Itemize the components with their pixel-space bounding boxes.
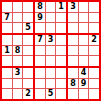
cell-r7c7-empty[interactable] xyxy=(68,68,78,78)
cell-r6c9-empty[interactable] xyxy=(89,56,99,66)
cell-r7c8-given[interactable]: 4 xyxy=(79,68,88,78)
cell-r6c8-empty[interactable] xyxy=(79,56,88,66)
cell-r3c3-given[interactable]: 5 xyxy=(23,23,33,33)
cell-r1c8-empty[interactable] xyxy=(79,2,88,12)
cell-r4c7-empty[interactable] xyxy=(68,35,78,45)
cell-r2c1-given[interactable]: 7 xyxy=(2,13,12,22)
sudoku-grid: 81379573218348925 xyxy=(2,2,99,99)
cell-r6c1-empty[interactable] xyxy=(2,56,12,66)
cell-r5c7-empty[interactable] xyxy=(68,46,78,55)
cell-r3c8-empty[interactable] xyxy=(79,23,88,33)
cell-r6c6-empty[interactable] xyxy=(56,56,66,66)
cell-r8c1-empty[interactable] xyxy=(2,79,12,88)
sudoku-board: 81379573218348925 xyxy=(0,0,101,101)
cell-r5c8-empty[interactable] xyxy=(79,46,88,55)
cell-r8c8-given[interactable]: 9 xyxy=(79,79,88,88)
cell-r4c6-empty[interactable] xyxy=(56,35,66,45)
cell-r1c2-empty[interactable] xyxy=(13,2,22,12)
cell-r9c3-given[interactable]: 2 xyxy=(23,89,33,99)
cell-r3c2-empty[interactable] xyxy=(13,23,22,33)
cell-r6c7-empty[interactable] xyxy=(68,56,78,66)
cell-r6c4-empty[interactable] xyxy=(35,56,45,66)
cell-r7c9-empty[interactable] xyxy=(89,68,99,78)
cell-r1c1-empty[interactable] xyxy=(2,2,12,12)
cell-r7c1-empty[interactable] xyxy=(2,68,12,78)
cell-r1c7-given[interactable]: 3 xyxy=(68,2,78,12)
cell-r9c9-empty[interactable] xyxy=(89,89,99,99)
cell-r9c4-empty[interactable] xyxy=(35,89,45,99)
cell-r7c5-empty[interactable] xyxy=(46,68,55,78)
cell-r1c3-empty[interactable] xyxy=(23,2,33,12)
cell-r6c5-empty[interactable] xyxy=(46,56,55,66)
cell-r5c5-empty[interactable] xyxy=(46,46,55,55)
cell-r7c4-empty[interactable] xyxy=(35,68,45,78)
cell-r4c5-given[interactable]: 3 xyxy=(46,35,55,45)
cell-r3c9-empty[interactable] xyxy=(89,23,99,33)
cell-r4c3-empty[interactable] xyxy=(23,35,33,45)
cell-r9c6-empty[interactable] xyxy=(56,89,66,99)
cell-r6c2-empty[interactable] xyxy=(13,56,22,66)
cell-r3c7-empty[interactable] xyxy=(68,23,78,33)
cell-r9c7-empty[interactable] xyxy=(68,89,78,99)
cell-r5c4-empty[interactable] xyxy=(35,46,45,55)
cell-r4c9-given[interactable]: 2 xyxy=(89,35,99,45)
cell-r5c9-empty[interactable] xyxy=(89,46,99,55)
cell-r2c7-empty[interactable] xyxy=(68,13,78,22)
cell-r7c2-given[interactable]: 3 xyxy=(13,68,22,78)
cell-r4c4-given[interactable]: 7 xyxy=(35,35,45,45)
cell-r2c6-empty[interactable] xyxy=(56,13,66,22)
cell-r9c5-given[interactable]: 5 xyxy=(46,89,55,99)
cell-r3c5-empty[interactable] xyxy=(46,23,55,33)
cell-r2c8-empty[interactable] xyxy=(79,13,88,22)
cell-r4c2-empty[interactable] xyxy=(13,35,22,45)
cell-r5c6-empty[interactable] xyxy=(56,46,66,55)
cell-r4c1-empty[interactable] xyxy=(2,35,12,45)
cell-r9c2-empty[interactable] xyxy=(13,89,22,99)
cell-r7c3-empty[interactable] xyxy=(23,68,33,78)
cell-r2c4-given[interactable]: 9 xyxy=(35,13,45,22)
cell-r1c6-given[interactable]: 1 xyxy=(56,2,66,12)
cell-r8c6-empty[interactable] xyxy=(56,79,66,88)
cell-r8c4-empty[interactable] xyxy=(35,79,45,88)
cell-r8c7-given[interactable]: 8 xyxy=(68,79,78,88)
cell-r1c9-empty[interactable] xyxy=(89,2,99,12)
cell-r3c4-empty[interactable] xyxy=(35,23,45,33)
cell-r8c3-empty[interactable] xyxy=(23,79,33,88)
cell-r5c1-given[interactable]: 1 xyxy=(2,46,12,55)
cell-r9c1-empty[interactable] xyxy=(2,89,12,99)
cell-r5c2-given[interactable]: 8 xyxy=(13,46,22,55)
cell-r8c9-empty[interactable] xyxy=(89,79,99,88)
cell-r1c5-empty[interactable] xyxy=(46,2,55,12)
cell-r3c6-empty[interactable] xyxy=(56,23,66,33)
cell-r6c3-empty[interactable] xyxy=(23,56,33,66)
cell-r2c5-empty[interactable] xyxy=(46,13,55,22)
cell-r9c8-empty[interactable] xyxy=(79,89,88,99)
cell-r8c2-empty[interactable] xyxy=(13,79,22,88)
cell-r2c2-empty[interactable] xyxy=(13,13,22,22)
cell-r7c6-empty[interactable] xyxy=(56,68,66,78)
cell-r4c8-empty[interactable] xyxy=(79,35,88,45)
cell-r2c9-empty[interactable] xyxy=(89,13,99,22)
cell-r1c4-given[interactable]: 8 xyxy=(35,2,45,12)
cell-r8c5-empty[interactable] xyxy=(46,79,55,88)
cell-r3c1-empty[interactable] xyxy=(2,23,12,33)
cell-r2c3-empty[interactable] xyxy=(23,13,33,22)
cell-r5c3-empty[interactable] xyxy=(23,46,33,55)
